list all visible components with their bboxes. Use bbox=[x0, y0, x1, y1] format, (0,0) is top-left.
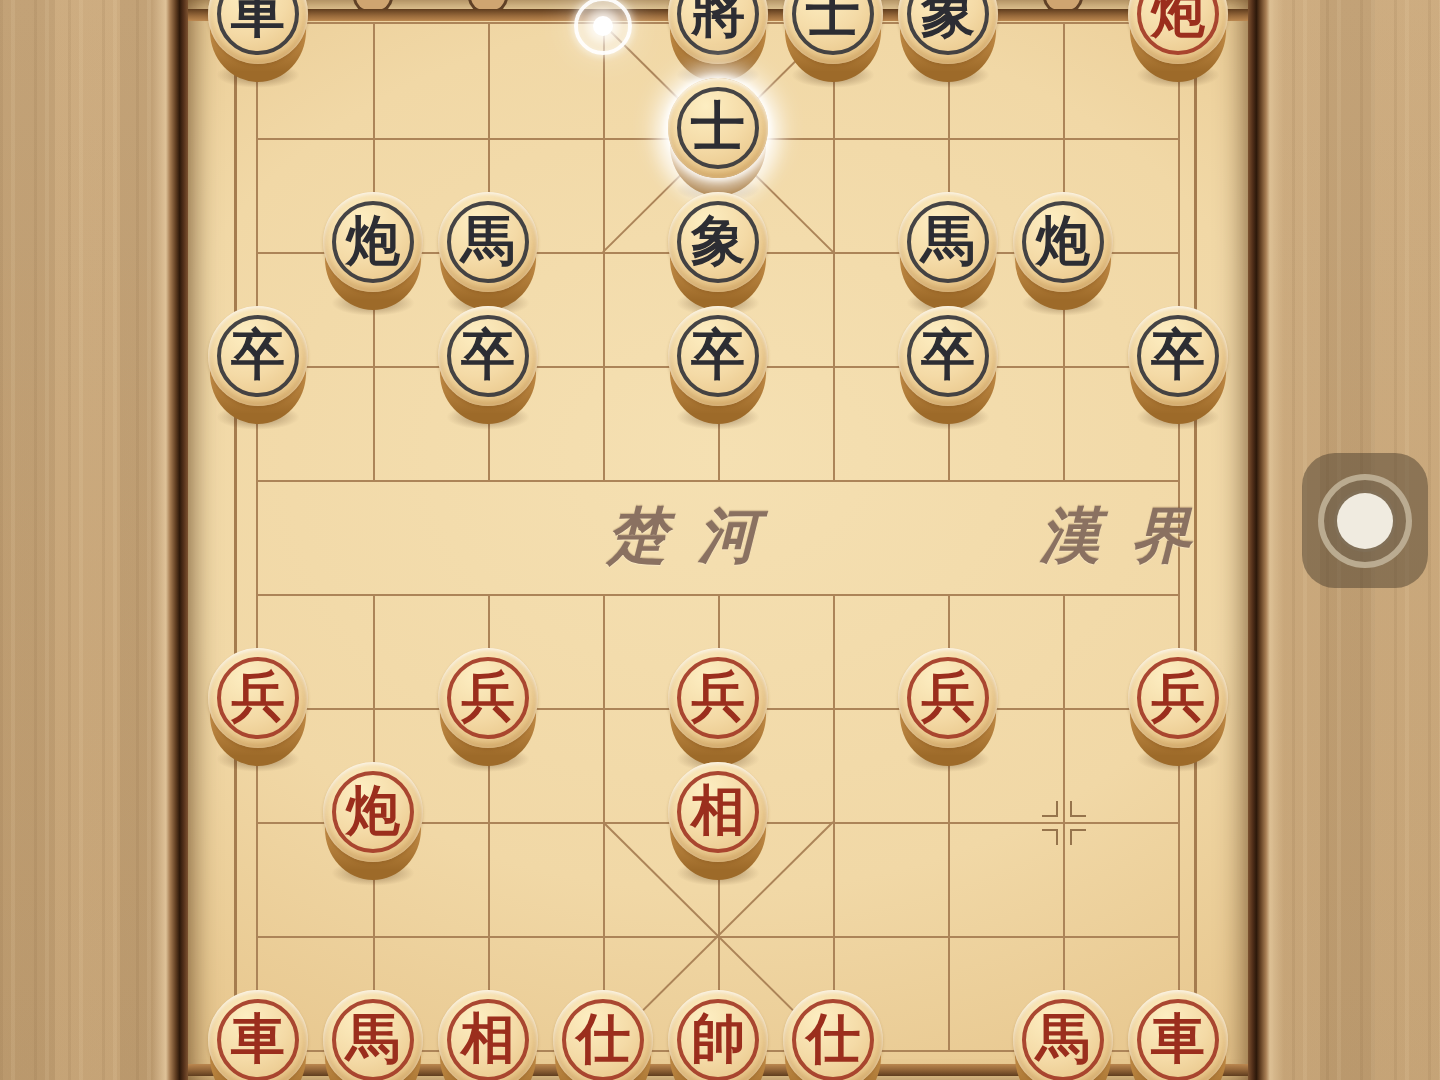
piece-face: 馬 bbox=[438, 192, 538, 292]
piece-face: 卒 bbox=[208, 306, 308, 406]
piece-red-cannon-right[interactable]: 炮 bbox=[1128, 0, 1228, 86]
piece-red-soldier-2[interactable]: 兵 bbox=[438, 648, 538, 770]
piece-glyph: 兵 bbox=[438, 647, 538, 747]
piece-face: 馬 bbox=[898, 192, 998, 292]
board-edge-right bbox=[1248, 0, 1270, 1080]
piece-glyph: 卒 bbox=[438, 305, 538, 405]
piece-black-advisor-left[interactable]: 士 bbox=[668, 78, 768, 200]
piece-glyph: 炮 bbox=[323, 761, 423, 861]
grid-cell bbox=[488, 822, 603, 936]
piece-black-soldier-1[interactable]: 卒 bbox=[208, 306, 308, 428]
piece-glyph: 兵 bbox=[1128, 647, 1228, 747]
piece-face: 卒 bbox=[668, 306, 768, 406]
grid-cell bbox=[373, 24, 488, 138]
piece-red-chariot-right[interactable]: 車 bbox=[1128, 990, 1228, 1080]
piece-glyph: 士 bbox=[783, 0, 883, 63]
piece-glyph: 馬 bbox=[898, 191, 998, 291]
piece-face: 卒 bbox=[1128, 306, 1228, 406]
piece-glyph: 仕 bbox=[553, 989, 653, 1080]
xiangqi-game-screen: 楚河 漢界 車將士象炮士炮馬象馬炮卒卒卒卒卒兵兵兵兵兵炮相車馬相仕帥仕馬車 bbox=[0, 0, 1440, 1080]
piece-black-elephant-left[interactable]: 象 bbox=[668, 192, 768, 314]
piece-face: 炮 bbox=[323, 192, 423, 292]
piece-face: 馬 bbox=[1013, 990, 1113, 1080]
piece-glyph: 馬 bbox=[323, 989, 423, 1080]
piece-red-soldier-5[interactable]: 兵 bbox=[1128, 648, 1228, 770]
piece-black-chariot-left[interactable]: 車 bbox=[208, 0, 308, 86]
piece-glyph: 炮 bbox=[323, 191, 423, 291]
piece-black-general[interactable]: 將 bbox=[668, 0, 768, 86]
piece-black-soldier-5[interactable]: 卒 bbox=[1128, 306, 1228, 428]
piece-red-horse-left[interactable]: 馬 bbox=[323, 990, 423, 1080]
piece-glyph: 車 bbox=[1128, 989, 1228, 1080]
piece-glyph: 炮 bbox=[1013, 191, 1113, 291]
piece-black-soldier-3[interactable]: 卒 bbox=[668, 306, 768, 428]
piece-black-soldier-2[interactable]: 卒 bbox=[438, 306, 538, 428]
piece-glyph: 卒 bbox=[898, 305, 998, 405]
piece-black-cannon-right[interactable]: 炮 bbox=[1013, 192, 1113, 314]
piece-glyph: 兵 bbox=[898, 647, 998, 747]
piece-red-cannon-left[interactable]: 炮 bbox=[323, 762, 423, 884]
piece-face: 相 bbox=[438, 990, 538, 1080]
piece-face: 炮 bbox=[323, 762, 423, 862]
piece-face: 炮 bbox=[1128, 0, 1228, 64]
piece-black-horse-right[interactable]: 馬 bbox=[898, 192, 998, 314]
piece-face: 炮 bbox=[1013, 192, 1113, 292]
piece-face: 帥 bbox=[668, 990, 768, 1080]
piece-black-horse-left[interactable]: 馬 bbox=[438, 192, 538, 314]
piece-red-horse-right[interactable]: 馬 bbox=[1013, 990, 1113, 1080]
piece-glyph: 卒 bbox=[208, 305, 308, 405]
piece-face: 將 bbox=[668, 0, 768, 64]
board-frame-left-line bbox=[234, 21, 237, 1074]
piece-face: 兵 bbox=[208, 648, 308, 748]
grid-cell bbox=[833, 480, 948, 594]
piece-face: 車 bbox=[1128, 990, 1228, 1080]
piece-red-elephant-left[interactable]: 相 bbox=[438, 990, 538, 1080]
piece-glyph: 仕 bbox=[783, 989, 883, 1080]
grid-cell bbox=[373, 480, 488, 594]
piece-face: 兵 bbox=[898, 648, 998, 748]
piece-red-soldier-1[interactable]: 兵 bbox=[208, 648, 308, 770]
piece-glyph: 兵 bbox=[668, 647, 768, 747]
piece-glyph: 車 bbox=[208, 989, 308, 1080]
piece-black-soldier-4[interactable]: 卒 bbox=[898, 306, 998, 428]
piece-black-elephant-right[interactable]: 象 bbox=[898, 0, 998, 86]
piece-red-chariot-left[interactable]: 車 bbox=[208, 990, 308, 1080]
river-label-left: 楚河 bbox=[607, 505, 789, 567]
river-label-right: 漢界 bbox=[1040, 505, 1222, 567]
piece-glyph: 車 bbox=[208, 0, 308, 63]
piece-black-cannon-left[interactable]: 炮 bbox=[323, 192, 423, 314]
assistive-touch-dot bbox=[1337, 493, 1393, 549]
piece-face: 卒 bbox=[438, 306, 538, 406]
piece-face: 卒 bbox=[898, 306, 998, 406]
piece-face: 仕 bbox=[783, 990, 883, 1080]
piece-glyph: 士 bbox=[668, 77, 768, 177]
piece-face: 象 bbox=[898, 0, 998, 64]
xiangqi-board[interactable]: 楚河 漢界 車將士象炮士炮馬象馬炮卒卒卒卒卒兵兵兵兵兵炮相車馬相仕帥仕馬車 bbox=[188, 0, 1248, 1080]
piece-face: 相 bbox=[668, 762, 768, 862]
grid-cell bbox=[258, 480, 373, 594]
assistive-touch-button[interactable] bbox=[1302, 453, 1428, 588]
piece-red-elephant-advanced[interactable]: 相 bbox=[668, 762, 768, 884]
piece-glyph: 馬 bbox=[438, 191, 538, 291]
piece-red-soldier-3[interactable]: 兵 bbox=[668, 648, 768, 770]
background-highlight-right bbox=[1270, 0, 1284, 1080]
piece-face: 象 bbox=[668, 192, 768, 292]
piece-face: 兵 bbox=[668, 648, 768, 748]
piece-face: 車 bbox=[208, 0, 308, 64]
piece-face: 士 bbox=[783, 0, 883, 64]
piece-glyph: 帥 bbox=[668, 989, 768, 1080]
piece-face: 士 bbox=[668, 78, 768, 178]
background-highlight-left bbox=[152, 0, 166, 1080]
board-edge-left bbox=[166, 0, 188, 1080]
piece-face: 馬 bbox=[323, 990, 423, 1080]
piece-face: 車 bbox=[208, 990, 308, 1080]
piece-red-soldier-4[interactable]: 兵 bbox=[898, 648, 998, 770]
piece-black-advisor-right[interactable]: 士 bbox=[783, 0, 883, 86]
piece-face: 兵 bbox=[438, 648, 538, 748]
piece-glyph: 炮 bbox=[1128, 0, 1228, 63]
piece-red-general[interactable]: 帥 bbox=[668, 990, 768, 1080]
piece-face: 兵 bbox=[1128, 648, 1228, 748]
grid-cell bbox=[488, 480, 603, 594]
piece-face: 仕 bbox=[553, 990, 653, 1080]
grid-cell bbox=[833, 822, 948, 936]
piece-glyph: 卒 bbox=[1128, 305, 1228, 405]
piece-red-advisor-left[interactable]: 仕 bbox=[553, 990, 653, 1080]
piece-glyph: 兵 bbox=[208, 647, 308, 747]
piece-glyph: 卒 bbox=[668, 305, 768, 405]
piece-glyph: 馬 bbox=[1013, 989, 1113, 1080]
assistive-touch-icon bbox=[1318, 474, 1412, 568]
piece-glyph: 相 bbox=[438, 989, 538, 1080]
piece-glyph: 相 bbox=[668, 761, 768, 861]
piece-glyph: 象 bbox=[668, 191, 768, 291]
piece-glyph: 將 bbox=[668, 0, 768, 63]
last-move-origin-dot bbox=[593, 16, 613, 36]
piece-red-advisor-right[interactable]: 仕 bbox=[783, 990, 883, 1080]
piece-glyph: 象 bbox=[898, 0, 998, 63]
